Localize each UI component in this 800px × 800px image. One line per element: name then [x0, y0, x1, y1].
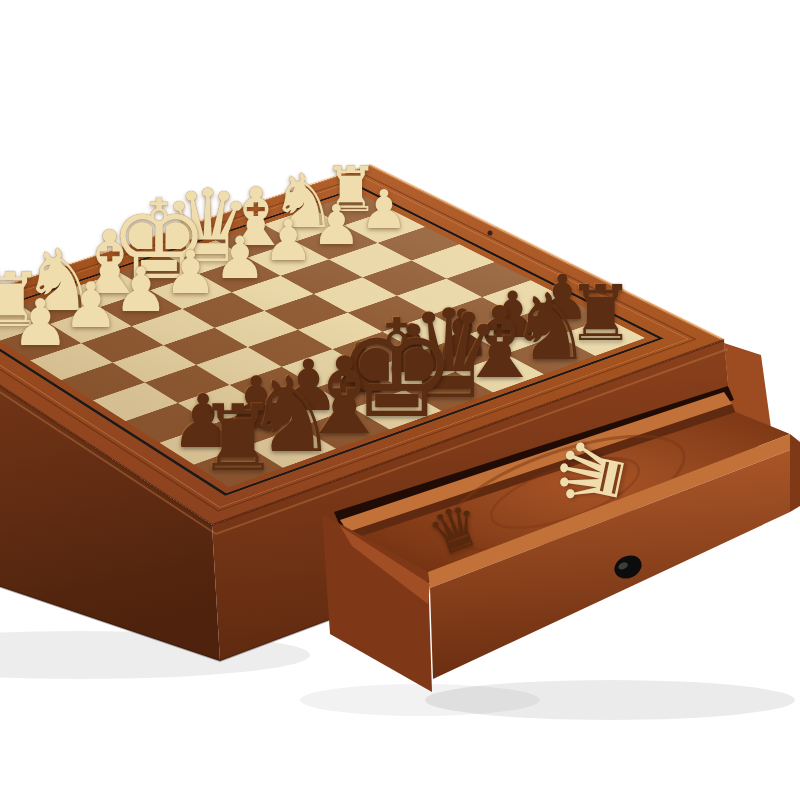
soft-shadow-2	[300, 684, 540, 716]
piece-white-pawn-g2: ♟	[63, 275, 119, 338]
piece-white-pawn-f2: ♟	[114, 259, 169, 320]
chess-set-photo: ♜♞♟♝♟♛♟♚♟♝♟♞♟♟♜♟♟♜♟♟♞♟♝♟♛♟♚♟♝♟♞♜♛♛	[0, 0, 800, 800]
piece-white-pawn-c2: ♟	[263, 213, 314, 270]
piece-white-pawn-e2: ♟	[164, 244, 217, 304]
piece-white-pawn-a2: ♟	[360, 183, 408, 237]
piece-white-pawn-b2: ♟	[312, 198, 361, 253]
piece-white-pawn-h2: ♟	[11, 290, 69, 354]
drawer-right-cap	[790, 434, 800, 512]
piece-white-pawn-d2: ♟	[214, 228, 266, 286]
piece-black-rook-h8: ♜	[197, 393, 279, 484]
